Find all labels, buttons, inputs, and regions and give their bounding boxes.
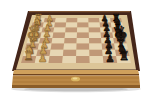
board-square	[35, 56, 50, 63]
board-square	[88, 18, 99, 23]
board-square	[66, 23, 78, 28]
brass-latch-highlight	[73, 77, 78, 79]
board-square	[54, 23, 66, 28]
board-square	[99, 18, 111, 23]
board-square	[66, 18, 77, 23]
board-square	[89, 44, 102, 50]
board-square	[64, 38, 77, 44]
board-square	[28, 33, 41, 38]
board-square	[40, 33, 53, 38]
board-square	[102, 50, 116, 56]
board-square	[64, 44, 77, 50]
board-square	[21, 56, 36, 63]
board-square	[65, 27, 77, 32]
board-square	[36, 50, 50, 56]
board-square	[50, 50, 64, 56]
chess-box	[0, 0, 150, 100]
board-square	[115, 50, 129, 56]
board-square	[42, 27, 55, 32]
board-square	[112, 27, 125, 32]
board-square	[31, 23, 44, 28]
board-square	[63, 50, 77, 56]
board-square	[114, 44, 128, 50]
board-square	[25, 44, 39, 50]
board-square	[27, 38, 41, 44]
board-square	[53, 27, 65, 32]
board-square	[102, 44, 115, 50]
board-square	[39, 38, 52, 44]
board-square	[51, 44, 65, 50]
front-groove	[13, 74, 139, 76]
front-base	[12, 85, 140, 88]
board-square	[89, 38, 102, 44]
board-square	[33, 18, 45, 23]
board-square	[77, 33, 89, 38]
board-square	[77, 18, 88, 23]
board-square	[52, 38, 65, 44]
board-square	[90, 56, 104, 63]
board-square	[112, 33, 125, 38]
board-square	[38, 44, 52, 50]
board-square	[53, 33, 66, 38]
board-square	[89, 27, 101, 32]
board-square	[76, 44, 89, 50]
board-square	[76, 50, 89, 56]
board-square	[76, 56, 90, 63]
board-square	[62, 56, 76, 63]
board-square	[49, 56, 63, 63]
board-square	[77, 38, 90, 44]
board-square	[113, 38, 126, 44]
board-squares	[21, 18, 131, 63]
board-square	[23, 50, 38, 56]
board-square	[89, 33, 101, 38]
board-square	[101, 33, 114, 38]
board-square	[77, 23, 89, 28]
board-square	[30, 27, 43, 32]
board-square	[110, 18, 122, 23]
board-square	[101, 38, 114, 44]
front-lip	[13, 70, 139, 74]
board-square	[116, 56, 131, 63]
board-square	[44, 18, 56, 23]
board-square	[111, 23, 123, 28]
board-square	[55, 18, 67, 23]
board-square	[65, 33, 77, 38]
board-square	[89, 50, 103, 56]
board-square	[77, 27, 89, 32]
board-square	[89, 23, 101, 28]
board-square	[103, 56, 118, 63]
board-square	[100, 27, 112, 32]
board-square	[43, 23, 55, 28]
chess-set-photo: ♜♟♟♜♞♟♟♞♝♟♟♝♛♟♟♛♚♟♟♚♝♟♟♝♞♟♟♞♜♟♟♜	[0, 0, 150, 100]
board-square	[100, 23, 112, 28]
